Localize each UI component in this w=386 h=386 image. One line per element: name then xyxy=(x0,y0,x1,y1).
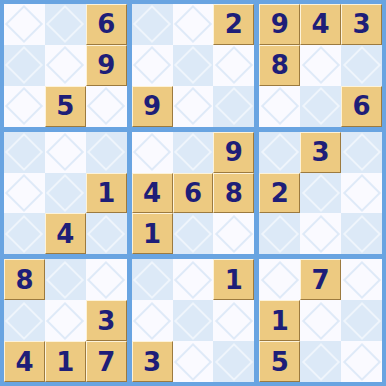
cell-r9c4[interactable]: 3 xyxy=(132,341,173,382)
given-digit: 1 xyxy=(225,267,243,293)
block-8: 13 xyxy=(132,259,255,382)
given-digit: 3 xyxy=(97,308,115,334)
given-digit: 7 xyxy=(312,267,330,293)
cell-r5c5[interactable]: 6 xyxy=(173,173,214,214)
cell-r8c2[interactable] xyxy=(45,300,86,341)
diamond-pattern xyxy=(133,46,171,84)
cell-r9c1[interactable]: 4 xyxy=(4,341,45,382)
diamond-pattern xyxy=(302,302,340,340)
cell-r7c3[interactable] xyxy=(86,259,127,300)
diamond-pattern xyxy=(342,133,380,171)
diamond-pattern xyxy=(133,302,171,340)
cell-r2c7[interactable]: 8 xyxy=(259,45,300,86)
cell-r4c1[interactable] xyxy=(4,132,45,173)
cell-r1c1[interactable] xyxy=(4,4,45,45)
cell-r2c8[interactable] xyxy=(300,45,341,86)
cell-r7c2[interactable] xyxy=(45,259,86,300)
cell-r7c6[interactable]: 1 xyxy=(213,259,254,300)
diamond-pattern xyxy=(302,87,340,125)
cell-r8c4[interactable] xyxy=(132,300,173,341)
diamond-pattern xyxy=(261,87,299,125)
diamond-pattern xyxy=(133,133,171,171)
cell-r3c9[interactable]: 6 xyxy=(341,86,382,127)
given-digit: 9 xyxy=(271,11,289,37)
diamond-pattern xyxy=(46,174,84,212)
cell-r3c6[interactable] xyxy=(213,86,254,127)
cell-r9c8[interactable] xyxy=(300,341,341,382)
given-digit: 6 xyxy=(97,11,115,37)
diamond-pattern xyxy=(133,261,171,299)
block-7: 83417 xyxy=(4,259,127,382)
cell-r9c2[interactable]: 1 xyxy=(45,341,86,382)
cell-r6c3[interactable] xyxy=(86,213,127,254)
given-digit: 8 xyxy=(15,267,33,293)
cell-r5c3[interactable]: 1 xyxy=(86,173,127,214)
diamond-pattern xyxy=(46,302,84,340)
diamond-pattern xyxy=(174,46,212,84)
cell-r6c5[interactable] xyxy=(173,213,214,254)
given-digit: 1 xyxy=(97,180,115,206)
cell-r8c3[interactable]: 3 xyxy=(86,300,127,341)
diamond-pattern xyxy=(174,302,212,340)
diamond-pattern xyxy=(133,5,171,43)
cell-r8c5[interactable] xyxy=(173,300,214,341)
diamond-pattern xyxy=(302,215,340,253)
cell-r1c9[interactable]: 3 xyxy=(341,4,382,45)
given-digit: 9 xyxy=(97,52,115,78)
cell-r5c2[interactable] xyxy=(45,173,86,214)
cell-r6c7[interactable] xyxy=(259,213,300,254)
diamond-pattern xyxy=(46,261,84,299)
cell-r8c1[interactable] xyxy=(4,300,45,341)
sudoku-board: 69529943861494681328341713715 xyxy=(0,0,386,386)
diamond-pattern xyxy=(342,302,380,340)
cell-r8c8[interactable] xyxy=(300,300,341,341)
block-5: 94681 xyxy=(132,132,255,255)
cell-r9c7[interactable]: 5 xyxy=(259,341,300,382)
diamond-pattern xyxy=(215,342,253,380)
diamond-pattern xyxy=(5,174,43,212)
diamond-pattern xyxy=(46,133,84,171)
given-digit: 5 xyxy=(56,93,74,119)
cell-r5c6[interactable]: 8 xyxy=(213,173,254,214)
cell-r8c6[interactable] xyxy=(213,300,254,341)
cell-r3c8[interactable] xyxy=(300,86,341,127)
given-digit: 6 xyxy=(352,93,370,119)
diamond-pattern xyxy=(342,342,380,380)
cell-r6c9[interactable] xyxy=(341,213,382,254)
diamond-pattern xyxy=(5,133,43,171)
diamond-pattern xyxy=(174,133,212,171)
cell-r9c6[interactable] xyxy=(213,341,254,382)
cell-r4c5[interactable] xyxy=(173,132,214,173)
given-digit: 3 xyxy=(312,139,330,165)
diamond-pattern xyxy=(215,46,253,84)
cell-r7c8[interactable]: 7 xyxy=(300,259,341,300)
diamond-pattern xyxy=(174,5,212,43)
diamond-pattern xyxy=(215,215,253,253)
given-digit: 4 xyxy=(312,11,330,37)
cell-r4c8[interactable]: 3 xyxy=(300,132,341,173)
cell-r1c3[interactable]: 6 xyxy=(86,4,127,45)
cell-r1c5[interactable] xyxy=(173,4,214,45)
diamond-pattern xyxy=(342,261,380,299)
given-digit: 4 xyxy=(15,349,33,375)
diamond-pattern xyxy=(342,174,380,212)
diamond-pattern xyxy=(261,261,299,299)
diamond-pattern xyxy=(87,215,125,253)
given-digit: 9 xyxy=(225,139,243,165)
cell-r6c4[interactable]: 1 xyxy=(132,213,173,254)
cell-r6c6[interactable] xyxy=(213,213,254,254)
block-3: 94386 xyxy=(259,4,382,127)
cell-r7c7[interactable] xyxy=(259,259,300,300)
diamond-pattern xyxy=(302,174,340,212)
cell-r4c9[interactable] xyxy=(341,132,382,173)
given-digit: 4 xyxy=(56,221,74,247)
given-digit: 9 xyxy=(143,93,161,119)
diamond-pattern xyxy=(87,87,125,125)
diamond-pattern xyxy=(5,302,43,340)
cell-r2c4[interactable] xyxy=(132,45,173,86)
block-9: 715 xyxy=(259,259,382,382)
given-digit: 6 xyxy=(184,180,202,206)
given-digit: 3 xyxy=(352,11,370,37)
given-digit: 4 xyxy=(143,180,161,206)
cell-r2c3[interactable]: 9 xyxy=(86,45,127,86)
cell-r7c4[interactable] xyxy=(132,259,173,300)
cell-r5c7[interactable]: 2 xyxy=(259,173,300,214)
given-digit: 8 xyxy=(225,180,243,206)
cell-r5c9[interactable] xyxy=(341,173,382,214)
cell-r6c1[interactable] xyxy=(4,213,45,254)
cell-r9c9[interactable] xyxy=(341,341,382,382)
diamond-pattern xyxy=(174,342,212,380)
given-digit: 1 xyxy=(143,221,161,247)
diamond-pattern xyxy=(342,46,380,84)
cell-r1c7[interactable]: 9 xyxy=(259,4,300,45)
cell-r2c9[interactable] xyxy=(341,45,382,86)
given-digit: 2 xyxy=(225,11,243,37)
cell-r6c8[interactable] xyxy=(300,213,341,254)
cell-r5c4[interactable]: 4 xyxy=(132,173,173,214)
cell-r2c2[interactable] xyxy=(45,45,86,86)
given-digit: 3 xyxy=(143,349,161,375)
cell-r2c1[interactable] xyxy=(4,45,45,86)
block-2: 29 xyxy=(132,4,255,127)
cell-r3c5[interactable] xyxy=(173,86,214,127)
cell-r7c5[interactable] xyxy=(173,259,214,300)
diamond-pattern xyxy=(174,215,212,253)
cell-r2c6[interactable] xyxy=(213,45,254,86)
diamond-pattern xyxy=(46,46,84,84)
cell-r4c4[interactable] xyxy=(132,132,173,173)
given-digit: 1 xyxy=(271,308,289,334)
cell-r1c8[interactable]: 4 xyxy=(300,4,341,45)
diamond-pattern xyxy=(87,261,125,299)
cell-r9c5[interactable] xyxy=(173,341,214,382)
cell-r3c4[interactable]: 9 xyxy=(132,86,173,127)
block-4: 14 xyxy=(4,132,127,255)
cell-r6c2[interactable]: 4 xyxy=(45,213,86,254)
diamond-pattern xyxy=(302,46,340,84)
diamond-pattern xyxy=(5,215,43,253)
cell-r4c3[interactable] xyxy=(86,132,127,173)
given-digit: 8 xyxy=(271,52,289,78)
cell-r7c9[interactable] xyxy=(341,259,382,300)
cell-r7c1[interactable]: 8 xyxy=(4,259,45,300)
given-digit: 5 xyxy=(271,349,289,375)
cell-r8c7[interactable]: 1 xyxy=(259,300,300,341)
block-6: 32 xyxy=(259,132,382,255)
cell-r4c2[interactable] xyxy=(45,132,86,173)
diamond-pattern xyxy=(174,87,212,125)
cell-r4c6[interactable]: 9 xyxy=(213,132,254,173)
cell-r2c5[interactable] xyxy=(173,45,214,86)
given-digit: 1 xyxy=(56,349,74,375)
given-digit: 7 xyxy=(97,349,115,375)
diamond-pattern xyxy=(46,5,84,43)
diamond-pattern xyxy=(174,261,212,299)
cell-r1c6[interactable]: 2 xyxy=(213,4,254,45)
diamond-pattern xyxy=(215,302,253,340)
cell-r5c8[interactable] xyxy=(300,173,341,214)
diamond-pattern xyxy=(5,46,43,84)
given-digit: 2 xyxy=(271,180,289,206)
cell-r4c7[interactable] xyxy=(259,132,300,173)
diamond-pattern xyxy=(342,215,380,253)
diamond-pattern xyxy=(87,133,125,171)
diamond-pattern xyxy=(302,342,340,380)
cell-r3c7[interactable] xyxy=(259,86,300,127)
cell-r5c1[interactable] xyxy=(4,173,45,214)
cell-r3c3[interactable] xyxy=(86,86,127,127)
block-1: 695 xyxy=(4,4,127,127)
cell-r8c9[interactable] xyxy=(341,300,382,341)
cell-r1c4[interactable] xyxy=(132,4,173,45)
diamond-pattern xyxy=(5,5,43,43)
cell-r3c2[interactable]: 5 xyxy=(45,86,86,127)
diamond-pattern xyxy=(261,215,299,253)
cell-r3c1[interactable] xyxy=(4,86,45,127)
diamond-pattern xyxy=(215,87,253,125)
cell-r9c3[interactable]: 7 xyxy=(86,341,127,382)
cell-r1c2[interactable] xyxy=(45,4,86,45)
diamond-pattern xyxy=(5,87,43,125)
diamond-pattern xyxy=(261,133,299,171)
